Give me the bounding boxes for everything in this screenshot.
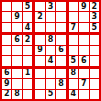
cell-r2c8[interactable]: [79, 12, 88, 21]
cell-r8c7[interactable]: [69, 79, 78, 88]
cell-r3c4[interactable]: [35, 23, 44, 32]
cell-r1c5: 3: [46, 2, 55, 11]
cell-r3c2[interactable]: [12, 23, 21, 32]
cell-r9c8[interactable]: [79, 90, 88, 99]
cell-r7c4[interactable]: [35, 69, 44, 78]
cell-r5c3[interactable]: [23, 46, 32, 55]
sudoku-box-1-0: 62: [2, 35, 32, 65]
cell-r6c6[interactable]: [56, 56, 65, 65]
sudoku-board: 5943292375628964566192885874: [0, 0, 101, 101]
sudoku-box-1-1: 8964: [35, 35, 65, 65]
cell-r6c8: 6: [79, 56, 88, 65]
cell-r2c4: 2: [35, 12, 44, 21]
cell-r2c2: 9: [12, 12, 21, 21]
cell-r9c2: 8: [12, 90, 21, 99]
cell-r8c5[interactable]: [46, 79, 55, 88]
sudoku-box-0-0: 594: [2, 2, 32, 32]
cell-r5c8[interactable]: [79, 46, 88, 55]
cell-r7c2[interactable]: [12, 69, 21, 78]
cell-r6c2[interactable]: [12, 56, 21, 65]
cell-r8c8: 7: [79, 79, 88, 88]
cell-r1c3: 5: [23, 2, 32, 11]
cell-r9c6[interactable]: [56, 90, 65, 99]
cell-r3c5[interactable]: [46, 23, 55, 32]
cell-r1c4[interactable]: [35, 2, 44, 11]
cell-r1c9: 2: [90, 2, 99, 11]
cell-r1c2[interactable]: [12, 2, 21, 11]
cell-r5c4: 9: [35, 46, 44, 55]
cell-r3c1[interactable]: [2, 23, 11, 32]
cell-r9c5: 5: [46, 90, 55, 99]
sudoku-box-0-2: 92375: [69, 2, 99, 32]
cell-r8c3[interactable]: [23, 79, 32, 88]
cell-r4c2: 6: [12, 35, 21, 44]
cell-r8c9[interactable]: [90, 79, 99, 88]
cell-r4c4[interactable]: [35, 35, 44, 44]
cell-r1c7[interactable]: [69, 2, 78, 11]
cell-r4c7[interactable]: [69, 35, 78, 44]
cell-r5c5[interactable]: [46, 46, 55, 55]
cell-r6c1[interactable]: [2, 56, 11, 65]
cell-r4c8[interactable]: [79, 35, 88, 44]
cell-r3c6[interactable]: [56, 23, 65, 32]
cell-r7c9[interactable]: [90, 69, 99, 78]
cell-r2c7[interactable]: [69, 12, 78, 21]
cell-r9c4[interactable]: [35, 90, 44, 99]
cell-r4c5: 8: [46, 35, 55, 44]
cell-r3c9: 5: [90, 23, 99, 32]
cell-r9c7: 4: [69, 90, 78, 99]
cell-r2c5[interactable]: [46, 12, 55, 21]
cell-r1c8: 9: [79, 2, 88, 11]
cell-r5c6: 6: [56, 46, 65, 55]
cell-r7c5[interactable]: [46, 69, 55, 78]
cell-r8c2[interactable]: [12, 79, 21, 88]
cell-r7c3: 1: [23, 69, 32, 78]
cell-r7c1: 6: [2, 69, 11, 78]
cell-r6c3[interactable]: [23, 56, 32, 65]
cell-r8c4[interactable]: [35, 79, 44, 88]
cell-r1c6[interactable]: [56, 2, 65, 11]
sudoku-box-2-0: 61928: [2, 69, 32, 99]
cell-r6c7: 5: [69, 56, 78, 65]
cell-r5c9[interactable]: [90, 46, 99, 55]
cell-r2c9: 3: [90, 12, 99, 21]
cell-r4c3: 2: [23, 35, 32, 44]
cell-r4c1[interactable]: [2, 35, 11, 44]
sudoku-box-0-1: 32: [35, 2, 65, 32]
cell-r2c1[interactable]: [2, 12, 11, 21]
cell-r5c7[interactable]: [69, 46, 78, 55]
cell-r2c6[interactable]: [56, 12, 65, 21]
cell-r9c3[interactable]: [23, 90, 32, 99]
cell-r5c2[interactable]: [12, 46, 21, 55]
cell-r7c8[interactable]: [79, 69, 88, 78]
sudoku-box-2-1: 85: [35, 69, 65, 99]
cell-r9c1: 2: [2, 90, 11, 99]
cell-r3c3: 4: [23, 23, 32, 32]
cell-r7c7: 8: [69, 69, 78, 78]
sudoku-box-1-2: 56: [69, 35, 99, 65]
sudoku-box-2-2: 874: [69, 69, 99, 99]
cell-r3c8[interactable]: [79, 23, 88, 32]
cell-r2c3[interactable]: [23, 12, 32, 21]
cell-r7c6[interactable]: [56, 69, 65, 78]
cell-r9c9[interactable]: [90, 90, 99, 99]
cell-r6c9[interactable]: [90, 56, 99, 65]
cell-r4c6[interactable]: [56, 35, 65, 44]
cell-r6c5: 4: [46, 56, 55, 65]
cell-r5c1[interactable]: [2, 46, 11, 55]
cell-r3c7: 7: [69, 23, 78, 32]
cell-r6c4[interactable]: [35, 56, 44, 65]
cell-r1c1[interactable]: [2, 2, 11, 11]
cell-r8c6: 8: [56, 79, 65, 88]
cell-r8c1: 9: [2, 79, 11, 88]
cell-r4c9[interactable]: [90, 35, 99, 44]
